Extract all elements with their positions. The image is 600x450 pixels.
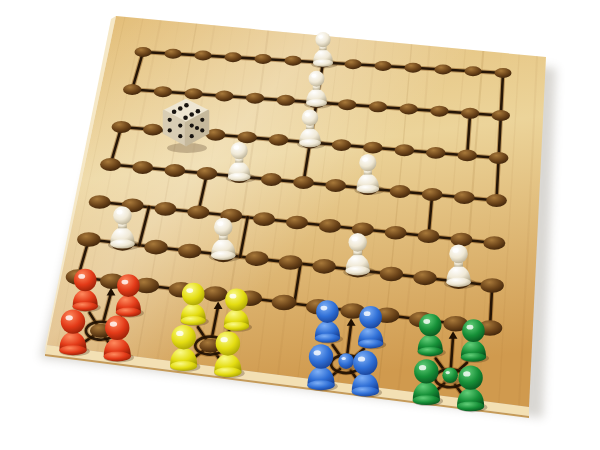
pawn-head bbox=[419, 314, 442, 337]
pawn-head bbox=[359, 154, 376, 171]
ball-highlight bbox=[446, 371, 450, 374]
pawn-highlight bbox=[78, 274, 85, 279]
render-root bbox=[40, 16, 556, 418]
die-pip bbox=[195, 126, 199, 130]
pawn-highlight bbox=[217, 221, 223, 226]
hole-r4c12[interactable] bbox=[483, 236, 505, 250]
pawn-base bbox=[352, 387, 379, 397]
pawn-highlight bbox=[311, 74, 316, 78]
pawn-head bbox=[309, 71, 325, 87]
ball bbox=[442, 367, 458, 383]
hole-r1c10[interactable] bbox=[430, 106, 448, 117]
die-pip bbox=[178, 124, 182, 128]
pawn-highlight bbox=[66, 315, 73, 320]
pawn-highlight bbox=[352, 237, 358, 242]
hole-r2c4[interactable] bbox=[237, 131, 257, 143]
pawn-highlight bbox=[234, 145, 240, 149]
pawn-head bbox=[353, 351, 377, 375]
pawn-head bbox=[74, 269, 97, 292]
pawn-base bbox=[59, 345, 86, 355]
pawn-head bbox=[225, 288, 248, 311]
hole-r2c8[interactable] bbox=[363, 142, 383, 154]
pawn-head bbox=[214, 218, 233, 237]
hole-r3c9[interactable] bbox=[390, 185, 411, 198]
hole-r1c5[interactable] bbox=[277, 95, 295, 106]
die-pip bbox=[168, 128, 172, 132]
hole-r3c10[interactable] bbox=[422, 188, 443, 201]
pawn-highlight bbox=[176, 331, 183, 336]
hole-r1c2[interactable] bbox=[184, 88, 202, 99]
die-pip bbox=[183, 115, 188, 120]
hole-r1c3[interactable] bbox=[215, 91, 233, 102]
hole-r5c12[interactable] bbox=[481, 278, 504, 293]
hole-r1c12[interactable] bbox=[492, 110, 510, 121]
pawn-base bbox=[224, 322, 249, 331]
die-pip bbox=[178, 106, 183, 111]
hole-r4c9[interactable] bbox=[385, 226, 407, 240]
die-pip bbox=[168, 118, 172, 122]
die-pip bbox=[200, 128, 204, 132]
pawn-highlight bbox=[463, 371, 470, 376]
pawn-highlight bbox=[116, 210, 122, 215]
die-pip bbox=[196, 109, 201, 114]
pawn-highlight bbox=[419, 365, 426, 370]
pawn-base bbox=[170, 361, 197, 371]
ball-highlight bbox=[341, 357, 345, 360]
pawn-base bbox=[116, 308, 141, 317]
hole-r4c3[interactable] bbox=[187, 205, 209, 219]
die-pip bbox=[190, 134, 194, 138]
hole-r4c0[interactable] bbox=[89, 195, 111, 209]
hole-r2c10[interactable] bbox=[426, 147, 446, 159]
hole-r1c7[interactable] bbox=[338, 99, 356, 110]
pawn-highlight bbox=[110, 321, 117, 326]
pawn-base bbox=[211, 251, 235, 260]
pawn-base bbox=[413, 395, 440, 405]
hole-r4c10[interactable] bbox=[418, 229, 440, 243]
pawn-base bbox=[358, 339, 383, 348]
pawn-head bbox=[462, 319, 485, 342]
hole-r2c12[interactable] bbox=[489, 152, 509, 164]
hole-r3c6[interactable] bbox=[293, 176, 314, 189]
pawn-head bbox=[216, 331, 240, 355]
pawn-head bbox=[316, 300, 339, 323]
pawn-base bbox=[457, 401, 484, 411]
pawn-head bbox=[449, 245, 468, 264]
hole-r1c9[interactable] bbox=[400, 104, 418, 115]
pawn-highlight bbox=[364, 311, 371, 316]
pawn-base bbox=[228, 173, 251, 182]
pawn-highlight bbox=[314, 350, 321, 355]
pawn-head bbox=[309, 344, 333, 368]
hole-r0c4[interactable] bbox=[255, 54, 272, 64]
hole-r6c4[interactable] bbox=[203, 286, 228, 302]
pawn-head bbox=[231, 142, 248, 159]
pawn-base bbox=[181, 316, 206, 325]
pawn-head bbox=[61, 309, 85, 333]
pawn-base bbox=[446, 278, 470, 287]
die-pip bbox=[200, 118, 204, 122]
hole-r5c6[interactable] bbox=[279, 255, 302, 270]
pawn-head bbox=[117, 274, 140, 297]
pawn-head bbox=[458, 365, 482, 389]
hole-r2c5[interactable] bbox=[269, 134, 289, 146]
hole-r5c5[interactable] bbox=[245, 251, 268, 266]
pawn-head bbox=[359, 306, 382, 329]
hole-r5c10[interactable] bbox=[413, 271, 436, 286]
hole-r5c9[interactable] bbox=[380, 267, 403, 282]
hole-r0c2[interactable] bbox=[195, 51, 212, 61]
hole-r3c2[interactable] bbox=[164, 164, 185, 177]
ball bbox=[338, 353, 354, 369]
hole-r0c11[interactable] bbox=[465, 66, 482, 76]
die-pip bbox=[178, 134, 182, 138]
hole-r3c11[interactable] bbox=[454, 191, 475, 204]
pawn-highlight bbox=[467, 325, 474, 330]
pawn-head bbox=[113, 206, 132, 225]
hole-r3c1[interactable] bbox=[132, 161, 153, 174]
die-pip bbox=[172, 109, 177, 114]
hole-r0c10[interactable] bbox=[435, 65, 452, 75]
hole-r0c3[interactable] bbox=[225, 52, 242, 62]
hole-r5c0[interactable] bbox=[77, 232, 100, 247]
hole-r0c1[interactable] bbox=[165, 49, 182, 59]
hole-r3c12[interactable] bbox=[486, 194, 507, 207]
hole-r1c11[interactable] bbox=[461, 108, 479, 119]
pawn-highlight bbox=[318, 35, 323, 39]
hole-r3c7[interactable] bbox=[325, 179, 346, 192]
hole-r3c0[interactable] bbox=[100, 158, 121, 171]
hole-r5c3[interactable] bbox=[178, 244, 201, 259]
hole-r2c1[interactable] bbox=[143, 124, 163, 136]
pawn-base bbox=[418, 347, 443, 356]
hole-r0c5[interactable] bbox=[285, 56, 302, 66]
hole-r0c9[interactable] bbox=[405, 63, 422, 73]
pawn-base bbox=[110, 239, 134, 248]
pawn-highlight bbox=[453, 248, 459, 253]
pawn-highlight bbox=[358, 356, 365, 361]
pawn-base bbox=[214, 367, 241, 377]
pawn-head bbox=[302, 109, 319, 126]
pawn-head bbox=[171, 325, 195, 349]
hole-r1c4[interactable] bbox=[246, 93, 264, 104]
pawn-base bbox=[357, 185, 380, 194]
pawn-head bbox=[348, 233, 367, 252]
hole-r0c12[interactable] bbox=[495, 68, 512, 78]
hole-r1c8[interactable] bbox=[369, 101, 387, 112]
hole-r0c8[interactable] bbox=[375, 61, 392, 71]
hole-r1c1[interactable] bbox=[154, 86, 172, 97]
hole-r4c7[interactable] bbox=[319, 219, 341, 233]
hole-r2c9[interactable] bbox=[395, 144, 415, 156]
pawn-head bbox=[315, 32, 330, 47]
hole-r3c5[interactable] bbox=[261, 173, 282, 186]
pawn-highlight bbox=[186, 288, 193, 293]
pawn-highlight bbox=[220, 337, 227, 342]
pawn-highlight bbox=[305, 113, 310, 117]
pawn-base bbox=[308, 380, 335, 390]
hole-r4c6[interactable] bbox=[286, 216, 308, 230]
pawn-head bbox=[105, 316, 129, 340]
pawn-base bbox=[346, 266, 370, 275]
hole-r5c2[interactable] bbox=[144, 240, 167, 255]
hole-r2c0[interactable] bbox=[112, 121, 132, 133]
pawn-base bbox=[73, 302, 98, 311]
hole-r4c5[interactable] bbox=[253, 212, 275, 226]
hole-r2c7[interactable] bbox=[332, 139, 352, 151]
pawn-head bbox=[182, 283, 205, 306]
hole-r6c6[interactable] bbox=[272, 295, 297, 311]
pawn-base bbox=[313, 59, 333, 67]
hole-r0c7[interactable] bbox=[345, 59, 362, 69]
pawn-base bbox=[461, 353, 486, 362]
pawn-base bbox=[104, 352, 131, 362]
hole-r1c0[interactable] bbox=[123, 84, 141, 95]
hole-r4c2[interactable] bbox=[154, 202, 176, 216]
barricade-board-photo bbox=[0, 0, 600, 450]
pawn-highlight bbox=[321, 306, 328, 311]
hole-r2c11[interactable] bbox=[457, 149, 477, 161]
pawn-highlight bbox=[362, 157, 368, 161]
die-pip bbox=[184, 103, 189, 108]
pawn-highlight bbox=[230, 294, 237, 299]
hole-r5c7[interactable] bbox=[312, 259, 335, 274]
hole-r0c0[interactable] bbox=[135, 47, 152, 57]
hole-r4c11[interactable] bbox=[450, 233, 472, 247]
die-pip bbox=[190, 124, 194, 128]
pawn-base bbox=[315, 334, 340, 343]
pawn-highlight bbox=[423, 319, 430, 324]
pawn-highlight bbox=[122, 280, 129, 285]
pawn-head bbox=[414, 359, 438, 383]
pawn-base bbox=[306, 99, 327, 107]
hole-r3c3[interactable] bbox=[197, 167, 218, 180]
photo-scene bbox=[0, 0, 600, 450]
pawn-base bbox=[299, 139, 321, 147]
die-pip bbox=[189, 112, 194, 117]
